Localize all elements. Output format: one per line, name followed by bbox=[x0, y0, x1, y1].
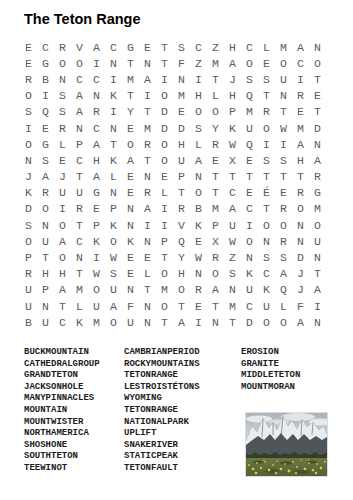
grid-cell-r13c5[interactable]: K bbox=[88, 233, 105, 249]
grid-cell-r13c2[interactable]: U bbox=[37, 233, 54, 249]
grid-cell-r5c1[interactable]: S bbox=[20, 104, 37, 120]
grid-cell-r7c17[interactable]: A bbox=[292, 136, 309, 152]
grid-cell-r6c1[interactable]: I bbox=[20, 120, 37, 136]
grid-cell-r6c7[interactable]: E bbox=[122, 120, 139, 136]
grid-cell-r10c4[interactable]: U bbox=[71, 185, 88, 201]
grid-cell-r8c12[interactable]: E bbox=[207, 152, 224, 168]
grid-cell-r5c2[interactable]: Q bbox=[37, 104, 54, 120]
grid-cell-r18c5[interactable]: M bbox=[88, 314, 105, 330]
grid-cell-r15c13[interactable]: S bbox=[224, 266, 241, 282]
grid-cell-r3c6[interactable]: I bbox=[105, 71, 122, 87]
grid-cell-r17c7[interactable]: F bbox=[122, 298, 139, 314]
grid-cell-r6c16[interactable]: W bbox=[275, 120, 292, 136]
grid-cell-r17c9[interactable]: O bbox=[156, 298, 173, 314]
grid-cell-r15c8[interactable]: L bbox=[139, 266, 156, 282]
grid-cell-r6c8[interactable]: M bbox=[139, 120, 156, 136]
grid-cell-r4c5[interactable]: N bbox=[88, 88, 105, 104]
grid-cell-r10c8[interactable]: R bbox=[139, 185, 156, 201]
grid-cell-r6c10[interactable]: D bbox=[173, 120, 190, 136]
grid-cell-r12c4[interactable]: T bbox=[71, 217, 88, 233]
grid-cell-r14c15[interactable]: S bbox=[258, 249, 275, 265]
grid-cell-r4c4[interactable]: A bbox=[71, 88, 88, 104]
grid-cell-r3c4[interactable]: C bbox=[71, 71, 88, 87]
grid-cell-r10c16[interactable]: E bbox=[275, 185, 292, 201]
grid-cell-r10c3[interactable]: U bbox=[54, 185, 71, 201]
grid-cell-r3c17[interactable]: I bbox=[292, 71, 309, 87]
grid-cell-r11c14[interactable]: C bbox=[241, 201, 258, 217]
grid-cell-r14c14[interactable]: N bbox=[241, 249, 258, 265]
grid-cell-r11c1[interactable]: D bbox=[20, 201, 37, 217]
grid-cell-r7c16[interactable]: I bbox=[275, 136, 292, 152]
grid-cell-r7c12[interactable]: R bbox=[207, 136, 224, 152]
grid-cell-r18c7[interactable]: U bbox=[122, 314, 139, 330]
grid-cell-r13c16[interactable]: R bbox=[275, 233, 292, 249]
grid-cell-r7c6[interactable]: T bbox=[105, 136, 122, 152]
grid-cell-r6c9[interactable]: D bbox=[156, 120, 173, 136]
grid-cell-r7c2[interactable]: G bbox=[37, 136, 54, 152]
grid-cell-r11c2[interactable]: O bbox=[37, 201, 54, 217]
grid-cell-r12c14[interactable]: I bbox=[241, 217, 258, 233]
grid-cell-r9c11[interactable]: N bbox=[190, 169, 207, 185]
grid-cell-r12c12[interactable]: P bbox=[207, 217, 224, 233]
grid-cell-r17c10[interactable]: T bbox=[173, 298, 190, 314]
grid-cell-r14c18[interactable]: N bbox=[309, 249, 326, 265]
grid-cell-r6c17[interactable]: M bbox=[292, 120, 309, 136]
grid-cell-r2c14[interactable]: O bbox=[241, 55, 258, 71]
grid-cell-r2c17[interactable]: C bbox=[292, 55, 309, 71]
grid-cell-r16c12[interactable]: A bbox=[207, 282, 224, 298]
grid-cell-r2c4[interactable]: O bbox=[71, 55, 88, 71]
grid-cell-r11c9[interactable]: I bbox=[156, 201, 173, 217]
grid-cell-r17c11[interactable]: E bbox=[190, 298, 207, 314]
grid-cell-r6c3[interactable]: R bbox=[54, 120, 71, 136]
grid-cell-r1c14[interactable]: C bbox=[241, 39, 258, 55]
grid-cell-r17c13[interactable]: M bbox=[224, 298, 241, 314]
grid-cell-r18c16[interactable]: O bbox=[275, 314, 292, 330]
grid-cell-r17c12[interactable]: T bbox=[207, 298, 224, 314]
grid-cell-r11c17[interactable]: O bbox=[292, 201, 309, 217]
grid-cell-r3c3[interactable]: N bbox=[54, 71, 71, 87]
grid-cell-r3c16[interactable]: U bbox=[275, 71, 292, 87]
grid-cell-r4c7[interactable]: T bbox=[122, 88, 139, 104]
grid-cell-r7c15[interactable]: I bbox=[258, 136, 275, 152]
grid-cell-r2c18[interactable]: O bbox=[309, 55, 326, 71]
grid-cell-r15c11[interactable]: N bbox=[190, 266, 207, 282]
grid-cell-r2c8[interactable]: N bbox=[139, 55, 156, 71]
grid-cell-r10c13[interactable]: C bbox=[224, 185, 241, 201]
grid-cell-r9c4[interactable]: T bbox=[71, 169, 88, 185]
grid-cell-r13c14[interactable]: O bbox=[241, 233, 258, 249]
grid-cell-r9c3[interactable]: J bbox=[54, 169, 71, 185]
grid-cell-r12c11[interactable]: K bbox=[190, 217, 207, 233]
grid-cell-r16c14[interactable]: U bbox=[241, 282, 258, 298]
grid-cell-r18c2[interactable]: U bbox=[37, 314, 54, 330]
grid-cell-r4c14[interactable]: Q bbox=[241, 88, 258, 104]
grid-cell-r16c8[interactable]: T bbox=[139, 282, 156, 298]
grid-cell-r9c7[interactable]: E bbox=[122, 169, 139, 185]
grid-cell-r8c3[interactable]: E bbox=[54, 152, 71, 168]
grid-cell-r12c6[interactable]: K bbox=[105, 217, 122, 233]
grid-cell-r7c1[interactable]: O bbox=[20, 136, 37, 152]
grid-cell-r2c10[interactable]: F bbox=[173, 55, 190, 71]
grid-cell-r5c16[interactable]: T bbox=[275, 104, 292, 120]
grid-cell-r18c6[interactable]: O bbox=[105, 314, 122, 330]
grid-cell-r11c11[interactable]: B bbox=[190, 201, 207, 217]
grid-cell-r11c7[interactable]: N bbox=[122, 201, 139, 217]
grid-cell-r8c13[interactable]: X bbox=[224, 152, 241, 168]
grid-cell-r11c3[interactable]: I bbox=[54, 201, 71, 217]
grid-cell-r14c3[interactable]: O bbox=[54, 249, 71, 265]
grid-cell-r5c14[interactable]: M bbox=[241, 104, 258, 120]
grid-cell-r7c4[interactable]: P bbox=[71, 136, 88, 152]
grid-cell-r8c14[interactable]: E bbox=[241, 152, 258, 168]
grid-cell-r14c9[interactable]: T bbox=[156, 249, 173, 265]
grid-cell-r11c13[interactable]: A bbox=[224, 201, 241, 217]
grid-cell-r8c10[interactable]: U bbox=[173, 152, 190, 168]
grid-cell-r14c11[interactable]: W bbox=[190, 249, 207, 265]
grid-cell-r1c11[interactable]: C bbox=[190, 39, 207, 55]
grid-cell-r6c5[interactable]: C bbox=[88, 120, 105, 136]
grid-cell-r15c15[interactable]: C bbox=[258, 266, 275, 282]
grid-cell-r3c2[interactable]: B bbox=[37, 71, 54, 87]
grid-cell-r9c5[interactable]: A bbox=[88, 169, 105, 185]
grid-cell-r2c12[interactable]: M bbox=[207, 55, 224, 71]
grid-cell-r16c5[interactable]: O bbox=[88, 282, 105, 298]
grid-cell-r11c8[interactable]: A bbox=[139, 201, 156, 217]
grid-cell-r9c10[interactable]: P bbox=[173, 169, 190, 185]
grid-cell-r1c15[interactable]: L bbox=[258, 39, 275, 55]
grid-cell-r17c1[interactable]: U bbox=[20, 298, 37, 314]
grid-cell-r15c16[interactable]: A bbox=[275, 266, 292, 282]
grid-cell-r4c8[interactable]: I bbox=[139, 88, 156, 104]
grid-cell-r3c13[interactable]: J bbox=[224, 71, 241, 87]
grid-cell-r14c4[interactable]: N bbox=[71, 249, 88, 265]
grid-cell-r8c9[interactable]: O bbox=[156, 152, 173, 168]
grid-cell-r6c12[interactable]: Y bbox=[207, 120, 224, 136]
grid-cell-r8c7[interactable]: A bbox=[122, 152, 139, 168]
grid-cell-r1c4[interactable]: V bbox=[71, 39, 88, 55]
grid-cell-r8c15[interactable]: S bbox=[258, 152, 275, 168]
grid-cell-r9c15[interactable]: T bbox=[258, 169, 275, 185]
grid-cell-r17c18[interactable]: I bbox=[309, 298, 326, 314]
grid-cell-r5c3[interactable]: S bbox=[54, 104, 71, 120]
grid-cell-r17c15[interactable]: U bbox=[258, 298, 275, 314]
grid-cell-r10c18[interactable]: G bbox=[309, 185, 326, 201]
grid-cell-r3c7[interactable]: M bbox=[122, 71, 139, 87]
grid-cell-r2c11[interactable]: Z bbox=[190, 55, 207, 71]
grid-cell-r10c7[interactable]: E bbox=[122, 185, 139, 201]
grid-cell-r12c15[interactable]: O bbox=[258, 217, 275, 233]
grid-cell-r2c1[interactable]: E bbox=[20, 55, 37, 71]
grid-cell-r16c6[interactable]: U bbox=[105, 282, 122, 298]
grid-cell-r18c10[interactable]: A bbox=[173, 314, 190, 330]
grid-cell-r6c2[interactable]: E bbox=[37, 120, 54, 136]
grid-cell-r18c1[interactable]: B bbox=[20, 314, 37, 330]
grid-cell-r13c6[interactable]: O bbox=[105, 233, 122, 249]
grid-cell-r4c12[interactable]: L bbox=[207, 88, 224, 104]
grid-cell-r3c14[interactable]: S bbox=[241, 71, 258, 87]
grid-cell-r5c4[interactable]: A bbox=[71, 104, 88, 120]
grid-cell-r12c3[interactable]: O bbox=[54, 217, 71, 233]
grid-cell-r15c5[interactable]: W bbox=[88, 266, 105, 282]
grid-cell-r13c15[interactable]: N bbox=[258, 233, 275, 249]
grid-cell-r17c17[interactable]: F bbox=[292, 298, 309, 314]
grid-cell-r8c17[interactable]: H bbox=[292, 152, 309, 168]
grid-cell-r16c11[interactable]: R bbox=[190, 282, 207, 298]
grid-cell-r11c15[interactable]: T bbox=[258, 201, 275, 217]
grid-cell-r16c4[interactable]: M bbox=[71, 282, 88, 298]
grid-cell-r9c14[interactable]: T bbox=[241, 169, 258, 185]
grid-cell-r2c3[interactable]: O bbox=[54, 55, 71, 71]
grid-cell-r7c11[interactable]: L bbox=[190, 136, 207, 152]
grid-cell-r14c16[interactable]: S bbox=[275, 249, 292, 265]
grid-cell-r1c18[interactable]: N bbox=[309, 39, 326, 55]
grid-cell-r8c8[interactable]: T bbox=[139, 152, 156, 168]
grid-cell-r15c18[interactable]: T bbox=[309, 266, 326, 282]
grid-cell-r14c13[interactable]: Z bbox=[224, 249, 241, 265]
grid-cell-r17c2[interactable]: N bbox=[37, 298, 54, 314]
grid-cell-r2c2[interactable]: G bbox=[37, 55, 54, 71]
grid-cell-r10c10[interactable]: T bbox=[173, 185, 190, 201]
grid-cell-r4c9[interactable]: O bbox=[156, 88, 173, 104]
grid-cell-r4c10[interactable]: M bbox=[173, 88, 190, 104]
grid-cell-r13c10[interactable]: Q bbox=[173, 233, 190, 249]
grid-cell-r7c5[interactable]: A bbox=[88, 136, 105, 152]
grid-cell-r14c6[interactable]: W bbox=[105, 249, 122, 265]
grid-cell-r8c5[interactable]: H bbox=[88, 152, 105, 168]
grid-cell-r9c18[interactable]: R bbox=[309, 169, 326, 185]
grid-cell-r3c5[interactable]: C bbox=[88, 71, 105, 87]
grid-cell-r8c4[interactable]: C bbox=[71, 152, 88, 168]
grid-cell-r4c13[interactable]: H bbox=[224, 88, 241, 104]
grid-cell-r5c13[interactable]: P bbox=[224, 104, 241, 120]
grid-cell-r16c15[interactable]: K bbox=[258, 282, 275, 298]
grid-cell-r3c11[interactable]: I bbox=[190, 71, 207, 87]
grid-cell-r18c8[interactable]: N bbox=[139, 314, 156, 330]
grid-cell-r18c11[interactable]: I bbox=[190, 314, 207, 330]
grid-cell-r1c5[interactable]: A bbox=[88, 39, 105, 55]
grid-cell-r2c6[interactable]: N bbox=[105, 55, 122, 71]
grid-cell-r9c12[interactable]: T bbox=[207, 169, 224, 185]
grid-cell-r15c9[interactable]: O bbox=[156, 266, 173, 282]
grid-cell-r5c18[interactable]: T bbox=[309, 104, 326, 120]
grid-cell-r15c7[interactable]: E bbox=[122, 266, 139, 282]
grid-cell-r9c1[interactable]: J bbox=[20, 169, 37, 185]
grid-cell-r6c13[interactable]: K bbox=[224, 120, 241, 136]
grid-cell-r18c4[interactable]: K bbox=[71, 314, 88, 330]
grid-cell-r5c6[interactable]: I bbox=[105, 104, 122, 120]
grid-cell-r16c9[interactable]: M bbox=[156, 282, 173, 298]
grid-cell-r18c3[interactable]: C bbox=[54, 314, 71, 330]
grid-cell-r1c16[interactable]: M bbox=[275, 39, 292, 55]
grid-cell-r6c6[interactable]: N bbox=[105, 120, 122, 136]
grid-cell-r12c5[interactable]: P bbox=[88, 217, 105, 233]
grid-cell-r5c9[interactable]: D bbox=[156, 104, 173, 120]
grid-cell-r10c2[interactable]: R bbox=[37, 185, 54, 201]
grid-cell-r1c6[interactable]: C bbox=[105, 39, 122, 55]
grid-cell-r2c7[interactable]: T bbox=[122, 55, 139, 71]
grid-cell-r13c1[interactable]: O bbox=[20, 233, 37, 249]
grid-cell-r7c8[interactable]: R bbox=[139, 136, 156, 152]
grid-cell-r15c14[interactable]: K bbox=[241, 266, 258, 282]
grid-cell-r1c8[interactable]: E bbox=[139, 39, 156, 55]
grid-cell-r18c13[interactable]: T bbox=[224, 314, 241, 330]
grid-cell-r6c18[interactable]: D bbox=[309, 120, 326, 136]
grid-cell-r1c7[interactable]: G bbox=[122, 39, 139, 55]
grid-cell-r10c15[interactable]: É bbox=[258, 185, 275, 201]
grid-cell-r13c13[interactable]: W bbox=[224, 233, 241, 249]
grid-cell-r7c14[interactable]: Q bbox=[241, 136, 258, 152]
grid-cell-r16c7[interactable]: N bbox=[122, 282, 139, 298]
grid-cell-r14c7[interactable]: E bbox=[122, 249, 139, 265]
grid-cell-r4c15[interactable]: T bbox=[258, 88, 275, 104]
grid-cell-r10c6[interactable]: N bbox=[105, 185, 122, 201]
grid-cell-r7c13[interactable]: W bbox=[224, 136, 241, 152]
grid-cell-r2c5[interactable]: I bbox=[88, 55, 105, 71]
grid-cell-r5c15[interactable]: R bbox=[258, 104, 275, 120]
grid-cell-r8c18[interactable]: A bbox=[309, 152, 326, 168]
grid-cell-r8c2[interactable]: S bbox=[37, 152, 54, 168]
grid-cell-r17c14[interactable]: C bbox=[241, 298, 258, 314]
grid-cell-r15c3[interactable]: H bbox=[54, 266, 71, 282]
grid-cell-r12c18[interactable]: O bbox=[309, 217, 326, 233]
grid-cell-r9c13[interactable]: T bbox=[224, 169, 241, 185]
grid-cell-r10c17[interactable]: R bbox=[292, 185, 309, 201]
grid-cell-r13c8[interactable]: N bbox=[139, 233, 156, 249]
grid-cell-r3c9[interactable]: I bbox=[156, 71, 173, 87]
grid-cell-r15c2[interactable]: H bbox=[37, 266, 54, 282]
grid-cell-r1c9[interactable]: T bbox=[156, 39, 173, 55]
grid-cell-r15c1[interactable]: R bbox=[20, 266, 37, 282]
grid-cell-r5c7[interactable]: Y bbox=[122, 104, 139, 120]
grid-cell-r17c8[interactable]: N bbox=[139, 298, 156, 314]
grid-cell-r6c11[interactable]: S bbox=[190, 120, 207, 136]
grid-cell-r4c11[interactable]: H bbox=[190, 88, 207, 104]
grid-cell-r5c12[interactable]: O bbox=[207, 104, 224, 120]
grid-cell-r3c8[interactable]: A bbox=[139, 71, 156, 87]
grid-cell-r9c2[interactable]: A bbox=[37, 169, 54, 185]
grid-cell-r4c3[interactable]: S bbox=[54, 88, 71, 104]
grid-cell-r13c11[interactable]: E bbox=[190, 233, 207, 249]
grid-cell-r14c5[interactable]: I bbox=[88, 249, 105, 265]
grid-cell-r9c6[interactable]: L bbox=[105, 169, 122, 185]
grid-cell-r7c18[interactable]: N bbox=[309, 136, 326, 152]
grid-cell-r3c15[interactable]: S bbox=[258, 71, 275, 87]
grid-cell-r5c5[interactable]: R bbox=[88, 104, 105, 120]
grid-cell-r16c1[interactable]: U bbox=[20, 282, 37, 298]
grid-cell-r3c1[interactable]: R bbox=[20, 71, 37, 87]
grid-cell-r13c17[interactable]: N bbox=[292, 233, 309, 249]
grid-cell-r16c10[interactable]: O bbox=[173, 282, 190, 298]
grid-cell-r18c12[interactable]: N bbox=[207, 314, 224, 330]
grid-cell-r10c1[interactable]: K bbox=[20, 185, 37, 201]
grid-cell-r1c10[interactable]: S bbox=[173, 39, 190, 55]
grid-cell-r14c12[interactable]: R bbox=[207, 249, 224, 265]
grid-cell-r1c2[interactable]: C bbox=[37, 39, 54, 55]
grid-cell-r1c17[interactable]: A bbox=[292, 39, 309, 55]
grid-cell-r4c17[interactable]: R bbox=[292, 88, 309, 104]
grid-cell-r6c14[interactable]: U bbox=[241, 120, 258, 136]
grid-cell-r13c4[interactable]: C bbox=[71, 233, 88, 249]
grid-cell-r11c16[interactable]: R bbox=[275, 201, 292, 217]
grid-cell-r15c6[interactable]: S bbox=[105, 266, 122, 282]
grid-cell-r15c10[interactable]: H bbox=[173, 266, 190, 282]
grid-cell-r12c17[interactable]: N bbox=[292, 217, 309, 233]
grid-cell-r18c17[interactable]: A bbox=[292, 314, 309, 330]
grid-cell-r3c12[interactable]: T bbox=[207, 71, 224, 87]
grid-cell-r16c16[interactable]: Q bbox=[275, 282, 292, 298]
grid-cell-r12c16[interactable]: O bbox=[275, 217, 292, 233]
grid-cell-r12c2[interactable]: N bbox=[37, 217, 54, 233]
grid-cell-r6c15[interactable]: O bbox=[258, 120, 275, 136]
grid-cell-r14c8[interactable]: E bbox=[139, 249, 156, 265]
grid-cell-r2c13[interactable]: A bbox=[224, 55, 241, 71]
grid-cell-r5c17[interactable]: E bbox=[292, 104, 309, 120]
grid-cell-r7c7[interactable]: O bbox=[122, 136, 139, 152]
grid-cell-r5c10[interactable]: E bbox=[173, 104, 190, 120]
grid-cell-r14c10[interactable]: Y bbox=[173, 249, 190, 265]
grid-cell-r12c10[interactable]: V bbox=[173, 217, 190, 233]
grid-cell-r17c4[interactable]: L bbox=[71, 298, 88, 314]
grid-cell-r5c11[interactable]: O bbox=[190, 104, 207, 120]
grid-cell-r2c15[interactable]: E bbox=[258, 55, 275, 71]
grid-cell-r4c2[interactable]: I bbox=[37, 88, 54, 104]
grid-cell-r2c16[interactable]: O bbox=[275, 55, 292, 71]
grid-cell-r18c9[interactable]: T bbox=[156, 314, 173, 330]
grid-cell-r15c12[interactable]: O bbox=[207, 266, 224, 282]
grid-cell-r8c11[interactable]: A bbox=[190, 152, 207, 168]
grid-cell-r1c12[interactable]: Z bbox=[207, 39, 224, 55]
grid-cell-r13c7[interactable]: K bbox=[122, 233, 139, 249]
grid-cell-r13c3[interactable]: A bbox=[54, 233, 71, 249]
grid-cell-r4c1[interactable]: O bbox=[20, 88, 37, 104]
grid-cell-r10c9[interactable]: L bbox=[156, 185, 173, 201]
grid-cell-r11c6[interactable]: P bbox=[105, 201, 122, 217]
grid-cell-r5c8[interactable]: T bbox=[139, 104, 156, 120]
grid-cell-r13c9[interactable]: P bbox=[156, 233, 173, 249]
grid-cell-r1c13[interactable]: H bbox=[224, 39, 241, 55]
grid-cell-r10c14[interactable]: E bbox=[241, 185, 258, 201]
grid-cell-r12c7[interactable]: N bbox=[122, 217, 139, 233]
grid-cell-r16c3[interactable]: A bbox=[54, 282, 71, 298]
grid-cell-r16c18[interactable]: A bbox=[309, 282, 326, 298]
grid-cell-r13c18[interactable]: U bbox=[309, 233, 326, 249]
grid-cell-r11c10[interactable]: R bbox=[173, 201, 190, 217]
grid-cell-r11c5[interactable]: E bbox=[88, 201, 105, 217]
grid-cell-r18c15[interactable]: O bbox=[258, 314, 275, 330]
grid-cell-r9c8[interactable]: N bbox=[139, 169, 156, 185]
grid-cell-r16c13[interactable]: N bbox=[224, 282, 241, 298]
grid-cell-r17c6[interactable]: A bbox=[105, 298, 122, 314]
grid-cell-r4c16[interactable]: N bbox=[275, 88, 292, 104]
grid-cell-r14c17[interactable]: D bbox=[292, 249, 309, 265]
grid-cell-r10c5[interactable]: G bbox=[88, 185, 105, 201]
grid-cell-r1c1[interactable]: E bbox=[20, 39, 37, 55]
grid-cell-r16c2[interactable]: P bbox=[37, 282, 54, 298]
grid-cell-r8c16[interactable]: S bbox=[275, 152, 292, 168]
grid-cell-r10c12[interactable]: T bbox=[207, 185, 224, 201]
grid-cell-r11c18[interactable]: M bbox=[309, 201, 326, 217]
grid-cell-r10c11[interactable]: O bbox=[190, 185, 207, 201]
grid-cell-r6c4[interactable]: N bbox=[71, 120, 88, 136]
grid-cell-r15c17[interactable]: J bbox=[292, 266, 309, 282]
grid-cell-r12c13[interactable]: U bbox=[224, 217, 241, 233]
grid-cell-r7c10[interactable]: H bbox=[173, 136, 190, 152]
grid-cell-r3c10[interactable]: N bbox=[173, 71, 190, 87]
grid-cell-r11c4[interactable]: R bbox=[71, 201, 88, 217]
grid-cell-r9c9[interactable]: E bbox=[156, 169, 173, 185]
grid-cell-r17c3[interactable]: T bbox=[54, 298, 71, 314]
